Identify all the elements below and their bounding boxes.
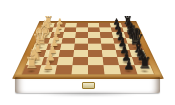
box-clasp-icon bbox=[82, 82, 95, 89]
storage-box-front bbox=[15, 77, 160, 93]
chess-board: ♜♟♟♜♞♟♟♞♝♟♟♝♚♟♟♚♛♟♟♛♝♟♟♝♞♟♟♞♜♟♟♜ bbox=[12, 21, 164, 79]
chess-set-photo: ♜♟♟♜♞♟♟♞♝♟♟♝♚♟♟♚♛♟♟♛♝♟♟♝♞♟♟♞♜♟♟♜ bbox=[0, 0, 175, 105]
black-rook: ♜ bbox=[135, 46, 154, 71]
pieces-layer: ♜♟♟♜♞♟♟♞♝♟♟♝♚♟♟♚♛♟♟♛♝♟♟♝♞♟♟♞♜♟♟♜ bbox=[21, 23, 153, 74]
white-pawn: ♟ bbox=[38, 46, 57, 71]
